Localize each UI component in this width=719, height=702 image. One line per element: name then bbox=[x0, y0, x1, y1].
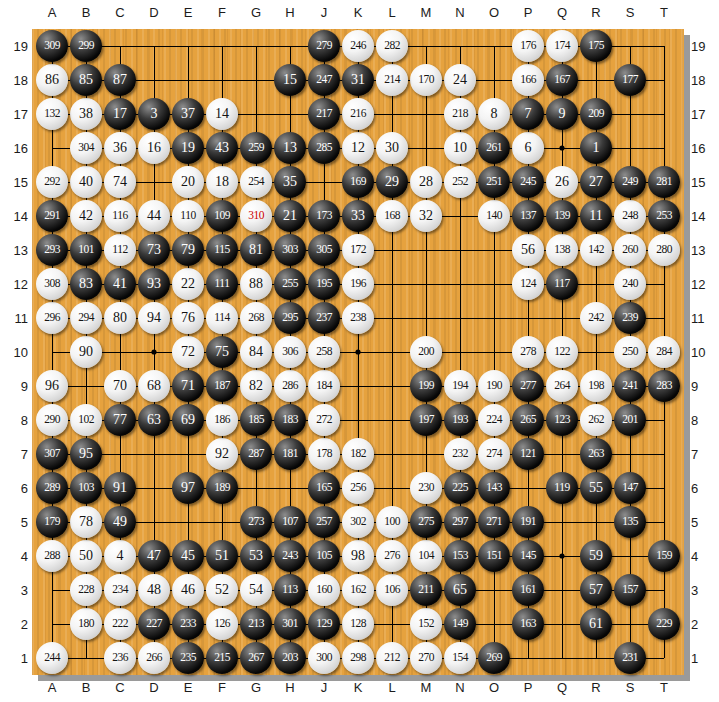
stone-white-K2: 128 bbox=[342, 608, 374, 640]
move-number: 177 bbox=[622, 74, 638, 86]
stone-white-C4: 4 bbox=[104, 540, 136, 572]
move-number: 271 bbox=[486, 516, 502, 528]
stone-black-H5: 107 bbox=[274, 506, 306, 538]
stone-white-T13: 280 bbox=[648, 234, 680, 266]
stone-black-J18: 247 bbox=[308, 64, 340, 96]
column-label: P bbox=[511, 5, 545, 23]
stone-white-N15: 252 bbox=[444, 166, 476, 198]
move-number: 169 bbox=[350, 176, 366, 188]
stone-black-S15: 249 bbox=[614, 166, 646, 198]
move-number: 98 bbox=[351, 549, 365, 563]
stone-white-M10: 200 bbox=[410, 336, 442, 368]
move-number: 222 bbox=[112, 618, 128, 630]
stone-white-M14: 32 bbox=[410, 200, 442, 232]
stone-white-Q19: 174 bbox=[546, 30, 578, 62]
stone-white-A8: 290 bbox=[36, 404, 68, 436]
column-label: G bbox=[239, 680, 273, 698]
column-label: O bbox=[477, 680, 511, 698]
move-number: 241 bbox=[622, 380, 638, 392]
stone-black-P15: 245 bbox=[512, 166, 544, 198]
move-number: 53 bbox=[249, 549, 263, 563]
stone-black-O15: 251 bbox=[478, 166, 510, 198]
stone-black-M5: 275 bbox=[410, 506, 442, 538]
move-number: 122 bbox=[554, 346, 570, 358]
stone-white-O9: 190 bbox=[478, 370, 510, 402]
stone-black-E2: 233 bbox=[172, 608, 204, 640]
move-number: 145 bbox=[520, 550, 536, 562]
move-number: 282 bbox=[384, 40, 400, 52]
stone-white-B10: 90 bbox=[70, 336, 102, 368]
stone-white-H10: 306 bbox=[274, 336, 306, 368]
move-number: 163 bbox=[520, 618, 536, 630]
stone-white-A12: 308 bbox=[36, 268, 68, 300]
stone-black-R14: 11 bbox=[580, 200, 612, 232]
stone-black-C5: 49 bbox=[104, 506, 136, 538]
move-number: 286 bbox=[282, 380, 298, 392]
stone-black-E1: 235 bbox=[172, 642, 204, 674]
stone-white-D9: 68 bbox=[138, 370, 170, 402]
stone-white-B14: 42 bbox=[70, 200, 102, 232]
move-number: 231 bbox=[622, 652, 638, 664]
stone-black-O4: 151 bbox=[478, 540, 510, 572]
move-number: 103 bbox=[78, 482, 94, 494]
stone-white-Q13: 138 bbox=[546, 234, 578, 266]
stone-white-K13: 172 bbox=[342, 234, 374, 266]
row-label: 1 bbox=[2, 641, 28, 675]
stone-black-T2: 229 bbox=[648, 608, 680, 640]
column-label: S bbox=[613, 680, 647, 698]
stone-black-N3: 65 bbox=[444, 574, 476, 606]
stone-white-P13: 56 bbox=[512, 234, 544, 266]
move-number: 284 bbox=[656, 346, 672, 358]
move-number: 267 bbox=[248, 652, 264, 664]
move-number: 285 bbox=[316, 142, 332, 154]
stone-white-D16: 16 bbox=[138, 132, 170, 164]
move-number: 276 bbox=[384, 550, 400, 562]
stone-white-B17: 38 bbox=[70, 98, 102, 130]
stone-white-J7: 178 bbox=[308, 438, 340, 470]
move-number: 175 bbox=[588, 40, 604, 52]
move-number: 105 bbox=[316, 550, 332, 562]
stone-white-G11: 268 bbox=[240, 302, 272, 334]
stone-white-C13: 112 bbox=[104, 234, 136, 266]
move-number: 253 bbox=[656, 210, 672, 222]
move-number: 197 bbox=[418, 414, 434, 426]
stone-white-J3: 160 bbox=[308, 574, 340, 606]
move-number: 279 bbox=[316, 40, 332, 52]
move-number: 181 bbox=[282, 448, 298, 460]
row-label: 4 bbox=[691, 539, 717, 573]
move-number: 77 bbox=[113, 413, 127, 427]
move-number: 182 bbox=[350, 448, 366, 460]
move-number: 32 bbox=[419, 209, 433, 223]
column-label: E bbox=[171, 680, 205, 698]
move-number: 4 bbox=[117, 549, 124, 563]
row-label: 10 bbox=[691, 335, 717, 369]
stone-black-J13: 305 bbox=[308, 234, 340, 266]
move-number: 46 bbox=[181, 583, 195, 597]
move-number: 229 bbox=[656, 618, 672, 630]
move-number: 261 bbox=[486, 142, 502, 154]
row-labels-left: 19181716151413121110987654321 bbox=[2, 29, 28, 675]
stone-white-K17: 216 bbox=[342, 98, 374, 130]
move-number: 6 bbox=[525, 141, 532, 155]
move-number: 88 bbox=[249, 277, 263, 291]
stone-black-C8: 77 bbox=[104, 404, 136, 436]
stone-white-F15: 18 bbox=[206, 166, 238, 198]
move-number: 38 bbox=[79, 107, 93, 121]
stone-black-G13: 81 bbox=[240, 234, 272, 266]
stone-black-H18: 15 bbox=[274, 64, 306, 96]
stone-white-K3: 162 bbox=[342, 574, 374, 606]
move-number: 74 bbox=[113, 175, 127, 189]
move-number: 227 bbox=[146, 618, 162, 630]
stone-black-L15: 29 bbox=[376, 166, 408, 198]
stone-black-P17: 7 bbox=[512, 98, 544, 130]
stone-black-A13: 293 bbox=[36, 234, 68, 266]
stone-white-A17: 132 bbox=[36, 98, 68, 130]
stone-black-A6: 289 bbox=[36, 472, 68, 504]
move-number: 161 bbox=[520, 584, 536, 596]
column-label: Q bbox=[545, 5, 579, 23]
stone-white-K16: 12 bbox=[342, 132, 374, 164]
move-number: 117 bbox=[554, 278, 569, 290]
move-number: 73 bbox=[147, 243, 161, 257]
stone-black-B12: 83 bbox=[70, 268, 102, 300]
move-number: 215 bbox=[214, 652, 230, 664]
stone-white-Q10: 122 bbox=[546, 336, 578, 368]
stone-black-R4: 59 bbox=[580, 540, 612, 572]
stone-black-P2: 163 bbox=[512, 608, 544, 640]
move-number: 121 bbox=[520, 448, 536, 460]
stone-white-B5: 78 bbox=[70, 506, 102, 538]
move-number: 1 bbox=[593, 141, 600, 155]
stone-black-R7: 263 bbox=[580, 438, 612, 470]
stone-black-G5: 273 bbox=[240, 506, 272, 538]
stone-white-E14: 110 bbox=[172, 200, 204, 232]
stone-white-N18: 24 bbox=[444, 64, 476, 96]
stone-black-H4: 243 bbox=[274, 540, 306, 572]
move-number: 13 bbox=[283, 141, 297, 155]
move-number: 57 bbox=[589, 583, 603, 597]
stone-black-S11: 239 bbox=[614, 302, 646, 334]
column-label: S bbox=[613, 5, 647, 23]
stone-black-F13: 115 bbox=[206, 234, 238, 266]
move-number: 232 bbox=[452, 448, 468, 460]
move-number: 69 bbox=[181, 413, 195, 427]
column-label: R bbox=[579, 5, 613, 23]
stone-white-B8: 102 bbox=[70, 404, 102, 436]
row-labels-right: 19181716151413121110987654321 bbox=[691, 29, 717, 675]
stone-white-K5: 302 bbox=[342, 506, 374, 538]
row-label: 7 bbox=[2, 437, 28, 471]
move-number: 47 bbox=[147, 549, 161, 563]
stone-black-B13: 101 bbox=[70, 234, 102, 266]
row-label: 6 bbox=[2, 471, 28, 505]
move-number: 92 bbox=[215, 447, 229, 461]
stone-white-B16: 304 bbox=[70, 132, 102, 164]
stone-black-A14: 291 bbox=[36, 200, 68, 232]
move-number: 111 bbox=[215, 278, 230, 290]
stone-white-O17: 8 bbox=[478, 98, 510, 130]
stone-white-K1: 298 bbox=[342, 642, 374, 674]
row-label: 11 bbox=[2, 301, 28, 335]
move-number: 247 bbox=[316, 74, 332, 86]
stone-white-E12: 22 bbox=[172, 268, 204, 300]
move-number: 200 bbox=[418, 346, 434, 358]
move-number: 190 bbox=[486, 380, 502, 392]
move-number: 115 bbox=[214, 244, 229, 256]
stone-black-G7: 287 bbox=[240, 438, 272, 470]
move-number: 56 bbox=[521, 243, 535, 257]
stone-black-J14: 173 bbox=[308, 200, 340, 232]
stone-black-C6: 91 bbox=[104, 472, 136, 504]
stone-black-B19: 299 bbox=[70, 30, 102, 62]
move-number: 61 bbox=[589, 617, 603, 631]
row-label: 16 bbox=[691, 131, 717, 165]
stone-white-R13: 142 bbox=[580, 234, 612, 266]
stone-black-P7: 121 bbox=[512, 438, 544, 470]
go-board[interactable]: 1346789101112131415161718192021222426272… bbox=[32, 29, 684, 675]
row-label: 9 bbox=[691, 369, 717, 403]
stone-white-N7: 232 bbox=[444, 438, 476, 470]
move-number: 33 bbox=[351, 209, 365, 223]
move-number: 20 bbox=[181, 175, 195, 189]
move-number: 45 bbox=[181, 549, 195, 563]
move-number: 283 bbox=[656, 380, 672, 392]
stone-white-N16: 10 bbox=[444, 132, 476, 164]
stone-black-O5: 271 bbox=[478, 506, 510, 538]
stone-black-O6: 143 bbox=[478, 472, 510, 504]
stone-white-L18: 214 bbox=[376, 64, 408, 96]
move-number: 230 bbox=[418, 482, 434, 494]
stone-black-J16: 285 bbox=[308, 132, 340, 164]
move-number: 147 bbox=[622, 482, 638, 494]
stone-white-N17: 218 bbox=[444, 98, 476, 130]
move-number: 310 bbox=[248, 210, 264, 222]
move-number: 90 bbox=[79, 345, 93, 359]
column-label: E bbox=[171, 5, 205, 23]
move-number: 97 bbox=[181, 481, 195, 495]
move-number: 12 bbox=[351, 141, 365, 155]
stone-white-R11: 242 bbox=[580, 302, 612, 334]
stone-black-J19: 279 bbox=[308, 30, 340, 62]
move-number: 137 bbox=[520, 210, 536, 222]
stone-black-R19: 175 bbox=[580, 30, 612, 62]
move-number: 123 bbox=[554, 414, 570, 426]
column-labels-top: ABCDEFGHJKLMNOPQRST bbox=[35, 5, 681, 23]
stone-black-H13: 303 bbox=[274, 234, 306, 266]
stone-white-A11: 296 bbox=[36, 302, 68, 334]
stone-white-P16: 6 bbox=[512, 132, 544, 164]
stone-white-A15: 292 bbox=[36, 166, 68, 198]
move-number: 167 bbox=[554, 74, 570, 86]
move-number: 138 bbox=[554, 244, 570, 256]
stone-black-H7: 181 bbox=[274, 438, 306, 470]
move-number: 112 bbox=[112, 244, 127, 256]
move-number: 218 bbox=[452, 108, 468, 120]
column-label: G bbox=[239, 5, 273, 23]
column-label: B bbox=[69, 5, 103, 23]
stone-black-H1: 203 bbox=[274, 642, 306, 674]
move-number: 214 bbox=[384, 74, 400, 86]
column-label: F bbox=[205, 680, 239, 698]
stone-white-K12: 196 bbox=[342, 268, 374, 300]
move-number: 86 bbox=[45, 73, 59, 87]
stone-white-J8: 272 bbox=[308, 404, 340, 436]
move-number: 21 bbox=[283, 209, 297, 223]
move-number: 54 bbox=[249, 583, 263, 597]
move-number: 194 bbox=[452, 380, 468, 392]
column-label: M bbox=[409, 680, 443, 698]
move-number: 18 bbox=[215, 175, 229, 189]
stone-white-J9: 184 bbox=[308, 370, 340, 402]
move-number: 209 bbox=[588, 108, 604, 120]
move-number: 260 bbox=[622, 244, 638, 256]
stone-white-F8: 186 bbox=[206, 404, 238, 436]
column-label: J bbox=[307, 5, 341, 23]
move-number: 172 bbox=[350, 244, 366, 256]
stone-black-M9: 199 bbox=[410, 370, 442, 402]
board-grid-area: 1346789101112131415161718192021222426272… bbox=[35, 29, 681, 675]
move-number: 252 bbox=[452, 176, 468, 188]
stone-black-S3: 157 bbox=[614, 574, 646, 606]
stone-white-M6: 230 bbox=[410, 472, 442, 504]
move-number: 143 bbox=[486, 482, 502, 494]
stone-white-M1: 270 bbox=[410, 642, 442, 674]
stone-black-S5: 135 bbox=[614, 506, 646, 538]
stone-black-Q14: 139 bbox=[546, 200, 578, 232]
stone-black-A7: 307 bbox=[36, 438, 68, 470]
move-number: 174 bbox=[554, 40, 570, 52]
move-number: 126 bbox=[214, 618, 230, 630]
move-number: 71 bbox=[181, 379, 195, 393]
move-number: 257 bbox=[316, 516, 332, 528]
stone-white-T10: 284 bbox=[648, 336, 680, 368]
stone-black-F10: 75 bbox=[206, 336, 238, 368]
move-number: 129 bbox=[316, 618, 332, 630]
stone-black-A5: 179 bbox=[36, 506, 68, 538]
move-number: 289 bbox=[44, 482, 60, 494]
stone-white-E15: 20 bbox=[172, 166, 204, 198]
stone-white-B15: 40 bbox=[70, 166, 102, 198]
move-number: 185 bbox=[248, 414, 264, 426]
move-number: 139 bbox=[554, 210, 570, 222]
move-number: 68 bbox=[147, 379, 161, 393]
stone-white-J10: 258 bbox=[308, 336, 340, 368]
move-number: 83 bbox=[79, 277, 93, 291]
move-number: 110 bbox=[180, 210, 195, 222]
row-label: 4 bbox=[2, 539, 28, 573]
move-number: 255 bbox=[282, 278, 298, 290]
stone-black-H15: 35 bbox=[274, 166, 306, 198]
move-number: 263 bbox=[588, 448, 604, 460]
move-number: 59 bbox=[589, 549, 603, 563]
move-number: 91 bbox=[113, 481, 127, 495]
row-label: 11 bbox=[691, 301, 717, 335]
stone-black-K15: 169 bbox=[342, 166, 374, 198]
stone-white-A9: 96 bbox=[36, 370, 68, 402]
move-number: 246 bbox=[350, 40, 366, 52]
stone-black-T15: 281 bbox=[648, 166, 680, 198]
stone-black-N2: 149 bbox=[444, 608, 476, 640]
row-label: 3 bbox=[691, 573, 717, 607]
move-number: 22 bbox=[181, 277, 195, 291]
stone-white-F2: 126 bbox=[206, 608, 238, 640]
stone-white-C9: 70 bbox=[104, 370, 136, 402]
move-number: 277 bbox=[520, 380, 536, 392]
stone-black-J6: 165 bbox=[308, 472, 340, 504]
move-number: 11 bbox=[589, 209, 602, 223]
stone-white-K4: 98 bbox=[342, 540, 374, 572]
stone-white-B2: 180 bbox=[70, 608, 102, 640]
move-number: 240 bbox=[622, 278, 638, 290]
move-number: 63 bbox=[147, 413, 161, 427]
column-label: J bbox=[307, 680, 341, 698]
row-label: 12 bbox=[691, 267, 717, 301]
stone-white-L5: 100 bbox=[376, 506, 408, 538]
move-number: 55 bbox=[589, 481, 603, 495]
move-number: 152 bbox=[418, 618, 434, 630]
move-number: 100 bbox=[384, 516, 400, 528]
move-number: 119 bbox=[554, 482, 569, 494]
stone-white-L14: 168 bbox=[376, 200, 408, 232]
stone-black-H8: 183 bbox=[274, 404, 306, 436]
move-number: 51 bbox=[215, 549, 229, 563]
move-number: 160 bbox=[316, 584, 332, 596]
column-label: H bbox=[273, 680, 307, 698]
move-number: 168 bbox=[384, 210, 400, 222]
stone-black-T4: 159 bbox=[648, 540, 680, 572]
move-number: 269 bbox=[486, 652, 502, 664]
move-number: 84 bbox=[249, 345, 263, 359]
move-number: 31 bbox=[351, 73, 365, 87]
row-label: 12 bbox=[2, 267, 28, 301]
move-number: 265 bbox=[520, 414, 536, 426]
move-number: 82 bbox=[249, 379, 263, 393]
stone-black-R2: 61 bbox=[580, 608, 612, 640]
stone-black-F14: 109 bbox=[206, 200, 238, 232]
stone-white-E3: 46 bbox=[172, 574, 204, 606]
move-number: 95 bbox=[79, 447, 93, 461]
stone-white-C15: 74 bbox=[104, 166, 136, 198]
stone-black-E4: 45 bbox=[172, 540, 204, 572]
stone-black-B18: 85 bbox=[70, 64, 102, 96]
stone-white-N1: 154 bbox=[444, 642, 476, 674]
move-number: 187 bbox=[214, 380, 230, 392]
stone-black-P8: 265 bbox=[512, 404, 544, 436]
move-number: 106 bbox=[384, 584, 400, 596]
stone-white-O14: 140 bbox=[478, 200, 510, 232]
stone-black-P3: 161 bbox=[512, 574, 544, 606]
move-number: 183 bbox=[282, 414, 298, 426]
move-number: 173 bbox=[316, 210, 332, 222]
stone-black-D13: 73 bbox=[138, 234, 170, 266]
move-number: 41 bbox=[113, 277, 127, 291]
move-number: 180 bbox=[78, 618, 94, 630]
stone-white-D14: 44 bbox=[138, 200, 170, 232]
move-number: 243 bbox=[282, 550, 298, 562]
row-label: 9 bbox=[2, 369, 28, 403]
column-label: R bbox=[579, 680, 613, 698]
stone-white-A18: 86 bbox=[36, 64, 68, 96]
stone-white-F11: 114 bbox=[206, 302, 238, 334]
move-number: 15 bbox=[283, 73, 297, 87]
stone-white-K6: 256 bbox=[342, 472, 374, 504]
move-number: 176 bbox=[520, 40, 536, 52]
move-number: 272 bbox=[316, 414, 332, 426]
stone-black-K18: 31 bbox=[342, 64, 374, 96]
